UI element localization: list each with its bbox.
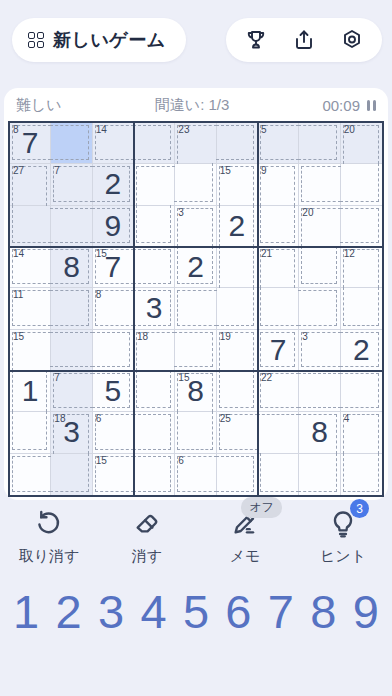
cage-sum: 19 [220,331,231,342]
cell-digit: 8 [311,417,328,447]
cell-r7c4[interactable] [134,371,175,412]
cell-r4c6[interactable] [217,247,258,288]
cell-r7c7[interactable]: 22 [258,371,299,412]
timer-value: 00:09 [322,97,360,114]
cell-digit: 3 [63,417,80,447]
cage-sum: 15 [178,372,189,383]
erase-button[interactable]: 消す [98,506,196,566]
game-card: 難しい 間違い: 1/3 00:09 871423520277215993220… [4,88,388,500]
eraser-icon [130,506,164,540]
cell-digit: 3 [146,293,163,323]
undo-label: 取り消す [19,547,80,566]
cage-border [298,125,336,160]
cell-digit: 1 [22,376,39,406]
cage-sum: 4 [344,413,350,424]
cage-border [50,332,92,367]
cell-r5c4[interactable]: 3 [134,288,175,329]
cage-sum: 5 [261,124,267,135]
memo-button[interactable]: オフ メモ [196,506,294,566]
trophy-icon[interactable] [244,28,268,52]
cage-border [298,453,336,492]
cell-digit: 8 [63,252,80,282]
cell-r4c8[interactable] [299,247,340,288]
numpad-8[interactable]: 8 [310,584,336,640]
cage-sum: 8 [13,124,19,135]
cage-sum: 6 [96,413,102,424]
cell-r3c4[interactable] [134,206,175,247]
cage-border [50,290,88,325]
cell-digit: 2 [104,169,121,199]
cage-sum: 15 [220,165,231,176]
cell-r1c6[interactable] [217,123,258,164]
cage-border [136,205,171,243]
cell-r6c7[interactable]: 7 [258,330,299,371]
pencil-icon: オフ [228,506,262,540]
cell-r5c6[interactable] [217,288,258,329]
cage-border [12,411,47,449]
cell-r5c8[interactable] [299,288,340,329]
cage-border [216,287,254,325]
cage-border [219,246,254,288]
cage-border [177,290,216,325]
cage-border [340,373,379,408]
cell-r3c2[interactable] [51,206,92,247]
cell-r1c2[interactable] [51,123,92,164]
cell-r7c2[interactable]: 7 [51,371,92,412]
cell-r6c8[interactable]: 3 [299,330,340,371]
cell-r9c2[interactable] [51,454,92,495]
cage-border [343,453,379,492]
cell-r2c3[interactable]: 2 [93,164,134,205]
cage-border [12,205,51,243]
cell-r9c6[interactable] [217,454,258,495]
cell-digit: 2 [353,335,370,365]
cell-r7c8[interactable] [299,371,340,412]
cage-border [133,414,171,449]
cage-border [219,370,254,408]
cell-r7c1[interactable]: 1 [10,371,51,412]
numpad-3[interactable]: 3 [98,584,124,640]
cell-r9c5[interactable]: 6 [175,454,216,495]
cell-r6c4[interactable]: 18 [134,330,175,371]
hint-count-badge: 3 [350,499,369,518]
cell-r2c9[interactable] [341,164,382,205]
cell-r8c1[interactable] [10,412,51,453]
cage-border [260,287,299,325]
hint-button[interactable]: 3 ヒント [294,506,392,566]
cell-r4c9[interactable]: 12 [341,247,382,288]
cell-r9c3[interactable]: 15 [93,454,134,495]
new-game-label: 新しいゲーム [53,28,166,52]
cell-r6c3[interactable] [93,330,134,371]
cell-r9c7[interactable] [258,454,299,495]
cell-r2c8[interactable] [299,164,340,205]
cell-r1c7[interactable]: 5 [258,123,299,164]
cell-r4c2[interactable]: 8 [51,247,92,288]
cage-sum: 8 [96,289,102,300]
cell-r8c4[interactable] [134,412,175,453]
toolbar: 取り消す 消す オフ メモ [0,506,392,566]
numpad-9[interactable]: 9 [353,584,379,640]
cage-sum: 6 [178,455,184,466]
cell-r8c8[interactable]: 8 [299,412,340,453]
cage-border [136,166,175,205]
difficulty-label: 難しい [16,96,62,115]
cage-border [216,456,254,492]
cell-r3c6[interactable]: 2 [217,206,258,247]
cell-r5c5[interactable] [175,288,216,329]
cage-border [133,456,171,492]
cell-r8c6[interactable]: 25 [217,412,258,453]
cell-r3c3[interactable]: 9 [93,206,134,247]
cell-r9c8[interactable] [299,454,340,495]
cage-border [174,332,212,367]
cell-r2c1[interactable]: 27 [10,164,51,205]
cell-r7c6[interactable] [217,371,258,412]
cell-digit: 7 [270,335,287,365]
cell-r1c8[interactable] [299,123,340,164]
timer: 00:09 [322,97,376,114]
cage-sum: 7 [54,165,60,176]
cell-r3c7[interactable] [258,206,299,247]
cell-r2c2[interactable]: 7 [51,164,92,205]
cage-sum: 20 [344,124,355,135]
new-game-button[interactable]: 新しいゲーム [12,18,186,62]
cage-sum: 25 [220,413,231,424]
cell-r1c5[interactable]: 23 [175,123,216,164]
cage-sum: 27 [13,165,24,176]
settings-icon[interactable] [340,28,364,52]
cage-border [50,208,92,243]
cage-sum: 15 [13,331,24,342]
cell-digit: 8 [187,376,204,406]
cage-sum: 3 [178,207,184,218]
cell-r3c1[interactable] [10,206,51,247]
cell-r2c5[interactable] [175,164,216,205]
cell-r8c5[interactable] [175,412,216,453]
cell-r3c9[interactable] [341,206,382,247]
cell-r5c7[interactable] [258,288,299,329]
cell-r2c7[interactable]: 9 [258,164,299,205]
cell-r6c9[interactable]: 2 [341,330,382,371]
cage-sum: 23 [178,124,189,135]
cell-r9c9[interactable] [341,454,382,495]
cell-r8c9[interactable]: 4 [341,412,382,453]
cage-border [260,205,295,243]
cage-border [257,414,299,453]
cage-border [133,249,171,284]
cell-r6c2[interactable] [51,330,92,371]
cage-sum: 3 [302,331,308,342]
cell-r8c7[interactable] [258,412,299,453]
erase-label: 消す [132,547,162,566]
cell-r1c9[interactable]: 20 [341,123,382,164]
cell-r1c4[interactable] [134,123,175,164]
cage-border [301,166,340,201]
cell-r7c9[interactable] [341,371,382,412]
cage-border [298,290,336,325]
cage-border [340,208,379,243]
numpad-4[interactable]: 4 [140,584,166,640]
cell-r1c3[interactable]: 14 [93,123,134,164]
cell-r7c3[interactable]: 5 [93,371,134,412]
memo-label: メモ [230,547,261,566]
cage-border [301,246,336,284]
cage-sum: 9 [261,165,267,176]
cell-digit: 7 [22,128,39,158]
cell-digit: 9 [104,211,121,241]
cell-r4c7[interactable]: 21 [258,247,299,288]
cage-border [50,125,88,160]
cell-r8c3[interactable]: 6 [93,412,134,453]
cage-border [136,370,171,408]
cell-r5c9[interactable] [341,288,382,329]
hint-label: ヒント [320,547,366,566]
cell-r5c2[interactable] [51,288,92,329]
numpad-6[interactable]: 6 [225,584,251,640]
bulb-icon: 3 [326,506,360,540]
cell-digit: 5 [104,376,121,406]
new-game-grid-icon [28,32,44,48]
cell-r6c1[interactable]: 15 [10,330,51,371]
topbar-actions [226,18,382,62]
cage-sum: 15 [96,455,107,466]
numpad-2[interactable]: 2 [55,584,81,640]
cage-border [92,332,130,367]
cell-r2c4[interactable] [134,164,175,205]
cell-r7c5[interactable]: 158 [175,371,216,412]
cell-r6c5[interactable] [175,330,216,371]
number-pad: 1 2 3 4 5 6 7 8 9 [13,584,379,640]
cell-r4c3[interactable]: 157 [93,247,134,288]
cell-r5c3[interactable]: 8 [93,288,134,329]
cell-r3c5[interactable]: 3 [175,206,216,247]
cage-sum: 22 [261,372,272,383]
numpad-1[interactable]: 1 [13,584,39,640]
cell-r3c8[interactable]: 20 [299,206,340,247]
cage-sum: 11 [13,289,23,300]
cage-sum: 12 [344,248,355,259]
cage-sum: 7 [54,372,60,383]
cage-border [260,453,299,492]
memo-off-badge: オフ [241,497,282,518]
top-bar: 新しいゲーム [12,18,382,62]
undo-button[interactable]: 取り消す [0,506,98,566]
cell-r9c1[interactable] [10,454,51,495]
cell-r8c2[interactable]: 183 [51,412,92,453]
cage-sum: 14 [96,124,107,135]
cage-sum: 15 [96,248,107,259]
numpad-5[interactable]: 5 [183,584,209,640]
cage-border [177,411,212,449]
cage-sum: 21 [261,248,272,259]
sudoku-board: 8714235202772159932201481572211211831518… [8,121,384,497]
pause-icon[interactable] [367,100,376,111]
cage-border [298,373,340,408]
cage-border [50,453,88,492]
cage-sum: 14 [13,248,24,259]
cell-r5c1[interactable]: 11 [10,288,51,329]
cell-r6c6[interactable]: 19 [217,330,258,371]
cell-digit: 2 [228,211,245,241]
cell-r2c6[interactable]: 15 [217,164,258,205]
numpad-7[interactable]: 7 [268,584,294,640]
cell-digit: 2 [187,252,204,282]
cell-r4c5[interactable]: 2 [175,247,216,288]
cell-r9c4[interactable] [134,454,175,495]
status-row: 難しい 間違い: 1/3 00:09 [4,88,388,121]
undo-icon [32,506,66,540]
cage-border [340,163,379,201]
cage-sum: 18 [137,331,148,342]
cage-border [12,456,51,492]
killer-sudoku-app: 新しいゲーム 難しい 間違い: 1/3 00:09 [0,0,392,696]
cage-border [343,287,379,325]
cell-r1c1[interactable]: 87 [10,123,51,164]
share-icon[interactable] [292,28,316,52]
cage-border [174,163,212,201]
cage-sum: 18 [54,413,65,424]
cage-sum: 20 [302,207,313,218]
cage-border [133,125,171,160]
cell-r4c1[interactable]: 14 [10,247,51,288]
mistakes-counter: 間違い: 1/3 [155,96,230,115]
cage-border [216,125,254,160]
cell-r4c4[interactable] [134,247,175,288]
